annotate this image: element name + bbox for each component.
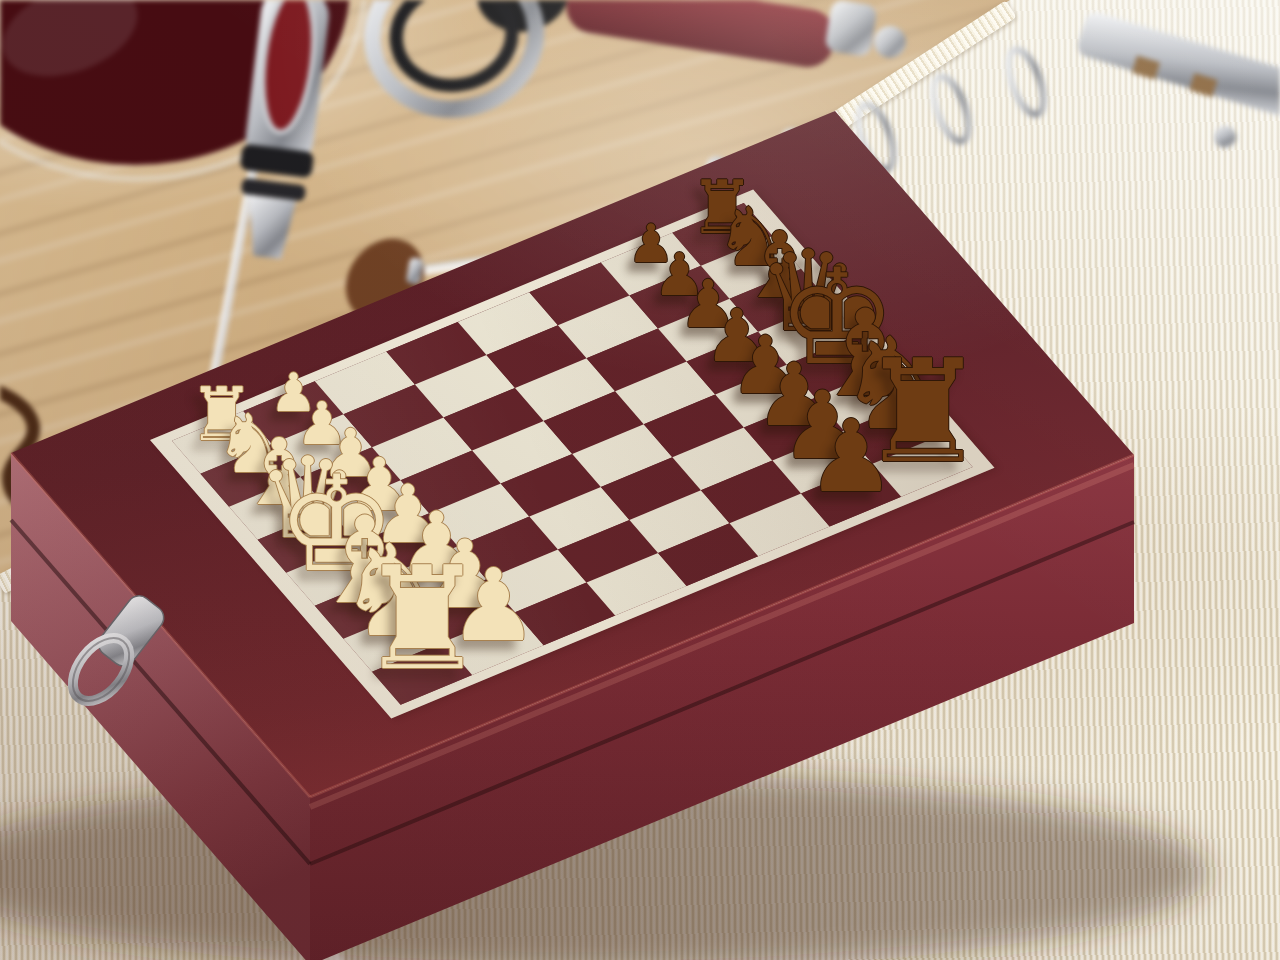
photo-scene: ♜♟♟♜♞♟♟♞♝♟♟♝♛♟♟♛♚♟♟♚♝♟♟♝♞♟♟♞♜♟♟♜: [0, 0, 1280, 960]
